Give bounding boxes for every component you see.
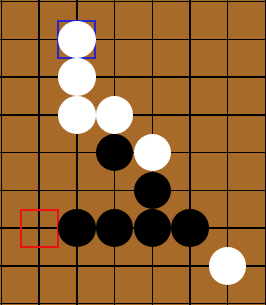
white-stone xyxy=(58,21,96,59)
black-stone xyxy=(171,209,209,247)
go-board[interactable] xyxy=(0,0,266,305)
black-stone xyxy=(58,209,96,247)
black-stone xyxy=(96,209,134,247)
white-stone xyxy=(58,58,96,96)
grid-line-horizontal xyxy=(0,76,266,78)
white-stone xyxy=(134,134,172,172)
grid-line-horizontal xyxy=(0,39,266,41)
red-square-marker[interactable] xyxy=(20,209,59,248)
black-stone xyxy=(134,209,172,247)
grid-line-horizontal xyxy=(0,1,266,3)
white-stone xyxy=(58,96,96,134)
grid-line-horizontal xyxy=(0,303,266,305)
black-stone xyxy=(96,134,134,172)
white-stone xyxy=(96,96,134,134)
white-stone xyxy=(209,247,247,285)
black-stone xyxy=(134,172,172,210)
